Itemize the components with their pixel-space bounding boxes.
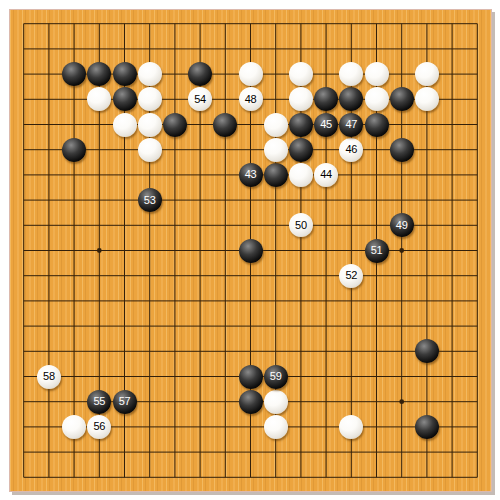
black-stone — [62, 138, 86, 162]
white-stone — [138, 87, 162, 111]
white-stone — [415, 62, 439, 86]
move-number-label: 48 — [239, 87, 263, 111]
white-stone — [264, 113, 288, 137]
black-stone-move-47: 47 — [339, 113, 363, 137]
star-point — [97, 248, 102, 253]
black-stone — [415, 339, 439, 363]
white-stone — [365, 62, 389, 86]
white-stone — [339, 415, 363, 439]
black-stone-move-55: 55 — [87, 390, 111, 414]
black-stone-move-43: 43 — [239, 163, 263, 187]
move-number-label: 43 — [239, 163, 263, 187]
white-stone-move-50: 50 — [289, 213, 313, 237]
black-stone-move-53: 53 — [138, 188, 162, 212]
white-stone — [289, 87, 313, 111]
move-number-label: 44 — [314, 163, 338, 187]
move-number-label: 45 — [314, 113, 338, 137]
black-stone — [314, 87, 338, 111]
white-stone-move-44: 44 — [314, 163, 338, 187]
black-stone — [239, 365, 263, 389]
white-stone-move-52: 52 — [339, 264, 363, 288]
move-number-label: 50 — [289, 213, 313, 237]
white-stone — [365, 87, 389, 111]
white-stone — [138, 138, 162, 162]
move-number-label: 51 — [365, 239, 389, 263]
white-stone — [62, 415, 86, 439]
move-number-label: 54 — [188, 87, 212, 111]
white-stone-move-48: 48 — [239, 87, 263, 111]
black-stone-move-45: 45 — [314, 113, 338, 137]
white-stone — [138, 62, 162, 86]
black-stone — [239, 390, 263, 414]
black-stone — [289, 113, 313, 137]
white-stone — [289, 163, 313, 187]
move-number-label: 57 — [113, 390, 137, 414]
move-number-label: 56 — [87, 415, 111, 439]
black-stone — [188, 62, 212, 86]
white-stone — [289, 62, 313, 86]
star-point — [399, 399, 404, 404]
white-stone-move-46: 46 — [339, 138, 363, 162]
black-stone-move-57: 57 — [113, 390, 137, 414]
black-stone-move-59: 59 — [264, 365, 288, 389]
white-stone — [415, 87, 439, 111]
white-stone — [264, 390, 288, 414]
black-stone — [62, 62, 86, 86]
move-number-label: 53 — [138, 188, 162, 212]
move-number-label: 47 — [339, 113, 363, 137]
white-stone — [239, 62, 263, 86]
black-stone — [239, 239, 263, 263]
white-stone — [87, 87, 111, 111]
black-stone — [365, 113, 389, 137]
white-stone — [138, 113, 162, 137]
move-number-label: 58 — [37, 365, 61, 389]
star-point — [399, 248, 404, 253]
black-stone — [113, 87, 137, 111]
black-stone — [163, 113, 187, 137]
move-number-label: 46 — [339, 138, 363, 162]
black-stone — [390, 138, 414, 162]
black-stone-move-49: 49 — [390, 213, 414, 237]
white-stone — [339, 62, 363, 86]
move-number-label: 52 — [339, 264, 363, 288]
black-stone — [113, 62, 137, 86]
black-stone — [415, 415, 439, 439]
white-stone-move-56: 56 — [87, 415, 111, 439]
move-number-label: 59 — [264, 365, 288, 389]
black-stone — [390, 87, 414, 111]
black-stone — [87, 62, 111, 86]
white-stone-move-54: 54 — [188, 87, 212, 111]
move-number-label: 49 — [390, 213, 414, 237]
move-number-label: 55 — [87, 390, 111, 414]
white-stone — [113, 113, 137, 137]
black-stone-move-51: 51 — [365, 239, 389, 263]
go-board[interactable]: 4344454647484950515253545556575859 — [9, 9, 492, 492]
black-stone — [339, 87, 363, 111]
black-stone — [289, 138, 313, 162]
white-stone — [264, 415, 288, 439]
white-stone-move-58: 58 — [37, 365, 61, 389]
white-stone — [264, 138, 288, 162]
black-stone — [264, 163, 288, 187]
black-stone — [213, 113, 237, 137]
